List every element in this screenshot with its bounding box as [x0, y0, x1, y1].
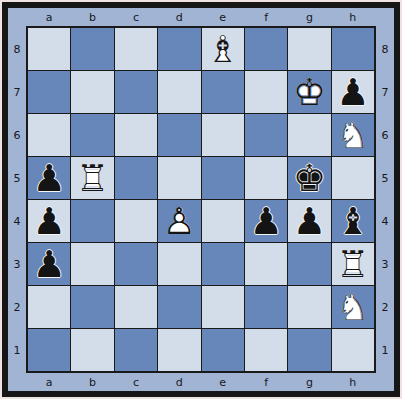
- piece-outline: ♖: [332, 243, 374, 285]
- file-label-c: c: [115, 373, 157, 391]
- square-f2[interactable]: [245, 286, 287, 328]
- square-h1[interactable]: [332, 329, 374, 371]
- square-d1[interactable]: [158, 329, 200, 371]
- file-label-h: h: [332, 8, 374, 26]
- square-f6[interactable]: [245, 114, 287, 156]
- black-pawn[interactable]: ♟: [28, 243, 70, 285]
- square-d6[interactable]: [158, 114, 200, 156]
- square-e7[interactable]: [202, 71, 244, 113]
- square-c3[interactable]: [115, 243, 157, 285]
- black-bishop[interactable]: ♝: [332, 200, 374, 242]
- file-label-a: a: [28, 8, 70, 26]
- file-label-f: f: [245, 373, 287, 391]
- black-pawn[interactable]: ♟: [28, 200, 70, 242]
- square-e1[interactable]: [202, 329, 244, 371]
- rank-label-4: 4: [8, 200, 26, 242]
- square-h4[interactable]: ♝: [332, 200, 374, 242]
- piece-outline: ♗: [202, 28, 244, 70]
- square-h3[interactable]: ♜♖: [332, 243, 374, 285]
- square-c7[interactable]: [115, 71, 157, 113]
- square-b6[interactable]: [71, 114, 113, 156]
- square-a4[interactable]: ♟: [28, 200, 70, 242]
- square-b1[interactable]: [71, 329, 113, 371]
- square-c6[interactable]: [115, 114, 157, 156]
- square-e2[interactable]: [202, 286, 244, 328]
- square-b3[interactable]: [71, 243, 113, 285]
- square-e8[interactable]: ♝♗: [202, 28, 244, 70]
- rank-label-3: 3: [8, 243, 26, 285]
- square-g5[interactable]: ♚: [288, 157, 330, 199]
- black-pawn[interactable]: ♟: [245, 200, 287, 242]
- square-h8[interactable]: [332, 28, 374, 70]
- black-pawn[interactable]: ♟: [332, 71, 374, 113]
- square-h2[interactable]: ♞♘: [332, 286, 374, 328]
- file-label-b: b: [71, 373, 113, 391]
- file-label-e: e: [202, 8, 244, 26]
- square-f5[interactable]: [245, 157, 287, 199]
- rank-label-7: 7: [8, 71, 26, 113]
- square-g1[interactable]: [288, 329, 330, 371]
- rank-label-1: 1: [8, 329, 26, 371]
- square-d2[interactable]: [158, 286, 200, 328]
- square-c2[interactable]: [115, 286, 157, 328]
- file-label-f: f: [245, 8, 287, 26]
- square-d7[interactable]: [158, 71, 200, 113]
- square-g4[interactable]: ♟: [288, 200, 330, 242]
- square-b5[interactable]: ♜♖: [71, 157, 113, 199]
- square-b2[interactable]: [71, 286, 113, 328]
- file-label-d: d: [158, 8, 200, 26]
- square-c1[interactable]: [115, 329, 157, 371]
- piece-fill: ♚: [288, 157, 330, 199]
- white-knight[interactable]: ♞♘: [332, 286, 374, 328]
- rank-label-6: 6: [376, 114, 394, 156]
- square-f1[interactable]: [245, 329, 287, 371]
- file-labels-bottom: abcdefgh: [26, 373, 376, 391]
- square-d4[interactable]: ♟♙: [158, 200, 200, 242]
- piece-outline: ♖: [71, 157, 113, 199]
- board-inner: abcdefgh 87654321 ♝♗♚♔♟♞♘♟♜♖♚♟♟♙♟♟♝♟♜♖♞♘…: [8, 8, 394, 391]
- file-label-c: c: [115, 8, 157, 26]
- square-f3[interactable]: [245, 243, 287, 285]
- rank-label-4: 4: [376, 200, 394, 242]
- piece-outline: ♙: [158, 200, 200, 242]
- piece-outline: ♘: [332, 114, 374, 156]
- square-a8[interactable]: [28, 28, 70, 70]
- black-pawn[interactable]: ♟: [28, 157, 70, 199]
- square-g8[interactable]: [288, 28, 330, 70]
- file-label-g: g: [288, 373, 330, 391]
- square-a7[interactable]: [28, 71, 70, 113]
- chess-board[interactable]: ♝♗♚♔♟♞♘♟♜♖♚♟♟♙♟♟♝♟♜♖♞♘: [26, 26, 376, 373]
- square-e4[interactable]: [202, 200, 244, 242]
- piece-fill: ♟: [245, 200, 287, 242]
- piece-fill: ♟: [28, 243, 70, 285]
- square-h7[interactable]: ♟: [332, 71, 374, 113]
- rank-label-5: 5: [376, 157, 394, 199]
- square-a6[interactable]: [28, 114, 70, 156]
- square-d5[interactable]: [158, 157, 200, 199]
- square-e3[interactable]: [202, 243, 244, 285]
- square-b8[interactable]: [71, 28, 113, 70]
- rank-label-8: 8: [376, 28, 394, 70]
- square-g6[interactable]: [288, 114, 330, 156]
- white-rook[interactable]: ♜♖: [332, 243, 374, 285]
- square-c4[interactable]: [115, 200, 157, 242]
- black-pawn[interactable]: ♟: [288, 200, 330, 242]
- rank-labels-right: 87654321: [376, 26, 394, 373]
- square-g3[interactable]: [288, 243, 330, 285]
- square-f7[interactable]: [245, 71, 287, 113]
- square-b7[interactable]: [71, 71, 113, 113]
- rank-label-1: 1: [376, 329, 394, 371]
- square-f8[interactable]: [245, 28, 287, 70]
- piece-fill: ♝: [332, 200, 374, 242]
- square-e6[interactable]: [202, 114, 244, 156]
- rank-label-6: 6: [8, 114, 26, 156]
- piece-fill: ♟: [28, 157, 70, 199]
- rank-label-8: 8: [8, 28, 26, 70]
- square-a5[interactable]: ♟: [28, 157, 70, 199]
- rank-labels-left: 87654321: [8, 26, 26, 373]
- square-a3[interactable]: ♟: [28, 243, 70, 285]
- file-label-b: b: [71, 8, 113, 26]
- square-h6[interactable]: ♞♘: [332, 114, 374, 156]
- board-frame: abcdefgh 87654321 ♝♗♚♔♟♞♘♟♜♖♚♟♟♙♟♟♝♟♜♖♞♘…: [2, 2, 400, 397]
- rank-label-7: 7: [376, 71, 394, 113]
- white-pawn[interactable]: ♟♙: [158, 200, 200, 242]
- file-label-h: h: [332, 373, 374, 391]
- file-label-d: d: [158, 373, 200, 391]
- square-d3[interactable]: [158, 243, 200, 285]
- square-h5[interactable]: [332, 157, 374, 199]
- file-label-g: g: [288, 8, 330, 26]
- piece-outline: ♘: [332, 286, 374, 328]
- white-rook[interactable]: ♜♖: [71, 157, 113, 199]
- file-label-a: a: [28, 373, 70, 391]
- chess-diagram: abcdefgh 87654321 ♝♗♚♔♟♞♘♟♜♖♚♟♟♙♟♟♝♟♜♖♞♘…: [0, 0, 402, 399]
- square-f4[interactable]: ♟: [245, 200, 287, 242]
- square-d8[interactable]: [158, 28, 200, 70]
- square-g2[interactable]: [288, 286, 330, 328]
- rank-label-3: 3: [376, 243, 394, 285]
- file-labels-top: abcdefgh: [26, 8, 376, 26]
- file-label-e: e: [202, 373, 244, 391]
- piece-fill: ♟: [28, 200, 70, 242]
- square-a1[interactable]: [28, 329, 70, 371]
- black-king[interactable]: ♚: [288, 157, 330, 199]
- piece-fill: ♟: [288, 200, 330, 242]
- rank-label-2: 2: [8, 286, 26, 328]
- square-a2[interactable]: [28, 286, 70, 328]
- piece-outline: ♔: [288, 71, 330, 113]
- piece-fill: ♟: [332, 71, 374, 113]
- white-knight[interactable]: ♞♘: [332, 114, 374, 156]
- square-b4[interactable]: [71, 200, 113, 242]
- rank-label-2: 2: [376, 286, 394, 328]
- square-g7[interactable]: ♚♔: [288, 71, 330, 113]
- rank-label-5: 5: [8, 157, 26, 199]
- white-king[interactable]: ♚♔: [288, 71, 330, 113]
- square-c5[interactable]: [115, 157, 157, 199]
- square-c8[interactable]: [115, 28, 157, 70]
- white-bishop[interactable]: ♝♗: [202, 28, 244, 70]
- square-e5[interactable]: [202, 157, 244, 199]
